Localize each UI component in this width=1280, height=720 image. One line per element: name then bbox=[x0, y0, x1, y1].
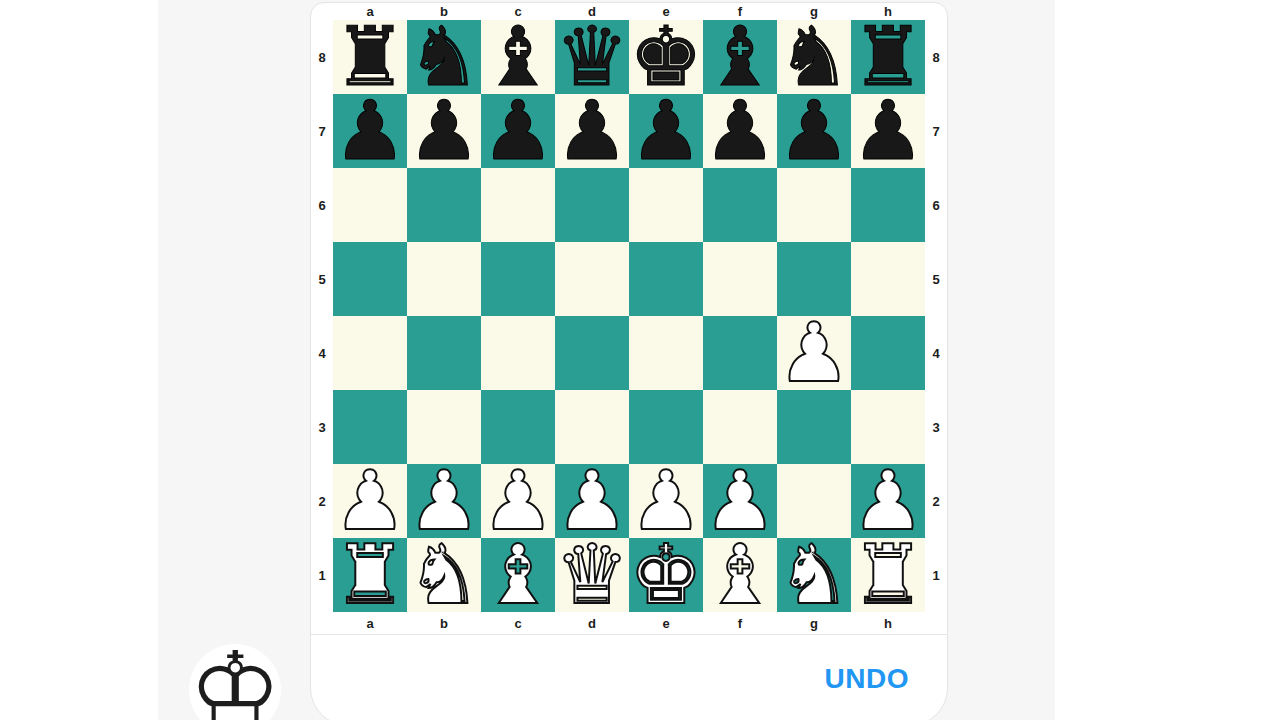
piece-wr-a1[interactable]: ♜ bbox=[333, 538, 407, 612]
board-card: abcdefgh 87654321 ♜♞♝♛♚♝♞♜♟♟♟♟♟♟♟♟♟♟♟♟♟♟… bbox=[310, 2, 948, 720]
square-e6[interactable] bbox=[629, 168, 703, 242]
square-f6[interactable] bbox=[703, 168, 777, 242]
piece-wp-g4[interactable]: ♟ bbox=[777, 316, 851, 390]
rank-label-right-3: 3 bbox=[925, 390, 947, 464]
square-d6[interactable] bbox=[555, 168, 629, 242]
square-e1[interactable]: ♚ bbox=[629, 538, 703, 612]
rank-label-right-1: 1 bbox=[925, 538, 947, 612]
square-b4[interactable] bbox=[407, 316, 481, 390]
file-label-bottom-b: b bbox=[407, 612, 481, 634]
square-a1[interactable]: ♜ bbox=[333, 538, 407, 612]
piece-bp-a7[interactable]: ♟ bbox=[333, 94, 407, 168]
square-c7[interactable]: ♟ bbox=[481, 94, 555, 168]
square-f5[interactable] bbox=[703, 242, 777, 316]
rank-label-left-5: 5 bbox=[311, 242, 333, 316]
board: ♜♞♝♛♚♝♞♜♟♟♟♟♟♟♟♟♟♟♟♟♟♟♟♟♜♞♝♛♚♝♞♜ bbox=[333, 20, 925, 612]
file-label-bottom-h: h bbox=[851, 612, 925, 634]
square-f7[interactable]: ♟ bbox=[703, 94, 777, 168]
rank-label-left-3: 3 bbox=[311, 390, 333, 464]
piece-wk-e1[interactable]: ♚ bbox=[629, 538, 703, 612]
square-e5[interactable] bbox=[629, 242, 703, 316]
square-g6[interactable] bbox=[777, 168, 851, 242]
square-a4[interactable] bbox=[333, 316, 407, 390]
file-label-bottom-d: d bbox=[555, 612, 629, 634]
square-e7[interactable]: ♟ bbox=[629, 94, 703, 168]
file-label-bottom-f: f bbox=[703, 612, 777, 634]
square-e4[interactable] bbox=[629, 316, 703, 390]
rank-label-right-8: 8 bbox=[925, 20, 947, 94]
square-a6[interactable] bbox=[333, 168, 407, 242]
white-king-icon: ♔ bbox=[188, 638, 281, 720]
piece-wq-d1[interactable]: ♛ bbox=[555, 538, 629, 612]
piece-bp-e7[interactable]: ♟ bbox=[629, 94, 703, 168]
rank-label-right-6: 6 bbox=[925, 168, 947, 242]
piece-wn-g1[interactable]: ♞ bbox=[777, 538, 851, 612]
rank-labels-right: 87654321 bbox=[925, 20, 947, 612]
square-d4[interactable] bbox=[555, 316, 629, 390]
rank-label-left-1: 1 bbox=[311, 538, 333, 612]
piece-wb-c1[interactable]: ♝ bbox=[481, 538, 555, 612]
square-a7[interactable]: ♟ bbox=[333, 94, 407, 168]
square-b7[interactable]: ♟ bbox=[407, 94, 481, 168]
square-c4[interactable] bbox=[481, 316, 555, 390]
square-h1[interactable]: ♜ bbox=[851, 538, 925, 612]
rank-label-left-4: 4 bbox=[311, 316, 333, 390]
square-h7[interactable]: ♟ bbox=[851, 94, 925, 168]
square-g1[interactable]: ♞ bbox=[777, 538, 851, 612]
file-label-bottom-a: a bbox=[333, 612, 407, 634]
square-g3[interactable] bbox=[777, 390, 851, 464]
square-g7[interactable]: ♟ bbox=[777, 94, 851, 168]
file-label-bottom-c: c bbox=[481, 612, 555, 634]
piece-wr-h1[interactable]: ♜ bbox=[851, 538, 925, 612]
square-c6[interactable] bbox=[481, 168, 555, 242]
piece-bp-f7[interactable]: ♟ bbox=[703, 94, 777, 168]
square-f1[interactable]: ♝ bbox=[703, 538, 777, 612]
square-h6[interactable] bbox=[851, 168, 925, 242]
piece-bp-g7[interactable]: ♟ bbox=[777, 94, 851, 168]
square-d7[interactable]: ♟ bbox=[555, 94, 629, 168]
square-h5[interactable] bbox=[851, 242, 925, 316]
piece-bp-h7[interactable]: ♟ bbox=[851, 94, 925, 168]
file-labels-bottom: abcdefgh bbox=[333, 612, 925, 634]
rank-label-left-8: 8 bbox=[311, 20, 333, 94]
undo-button[interactable]: UNDO bbox=[815, 657, 919, 701]
square-f4[interactable] bbox=[703, 316, 777, 390]
square-b1[interactable]: ♞ bbox=[407, 538, 481, 612]
square-a5[interactable] bbox=[333, 242, 407, 316]
rank-label-left-2: 2 bbox=[311, 464, 333, 538]
bottom-bar: UNDO bbox=[311, 634, 947, 720]
square-d1[interactable]: ♛ bbox=[555, 538, 629, 612]
piece-wb-f1[interactable]: ♝ bbox=[703, 538, 777, 612]
file-label-bottom-e: e bbox=[629, 612, 703, 634]
piece-bp-b7[interactable]: ♟ bbox=[407, 94, 481, 168]
board-middle: 87654321 ♜♞♝♛♚♝♞♜♟♟♟♟♟♟♟♟♟♟♟♟♟♟♟♟♜♞♝♛♚♝♞… bbox=[311, 20, 947, 612]
square-c5[interactable] bbox=[481, 242, 555, 316]
rank-label-right-4: 4 bbox=[925, 316, 947, 390]
rank-label-left-7: 7 bbox=[311, 94, 333, 168]
square-h4[interactable] bbox=[851, 316, 925, 390]
app-screen: abcdefgh 87654321 ♜♞♝♛♚♝♞♜♟♟♟♟♟♟♟♟♟♟♟♟♟♟… bbox=[158, 0, 1055, 720]
piece-bp-c7[interactable]: ♟ bbox=[481, 94, 555, 168]
piece-bp-d7[interactable]: ♟ bbox=[555, 94, 629, 168]
rank-label-right-5: 5 bbox=[925, 242, 947, 316]
square-g4[interactable]: ♟ bbox=[777, 316, 851, 390]
square-d5[interactable] bbox=[555, 242, 629, 316]
rank-labels-left: 87654321 bbox=[311, 20, 333, 612]
file-label-bottom-g: g bbox=[777, 612, 851, 634]
square-b6[interactable] bbox=[407, 168, 481, 242]
piece-wn-b1[interactable]: ♞ bbox=[407, 538, 481, 612]
square-b5[interactable] bbox=[407, 242, 481, 316]
rank-label-right-7: 7 bbox=[925, 94, 947, 168]
player-avatar: ♔ bbox=[189, 644, 281, 720]
rank-label-right-2: 2 bbox=[925, 464, 947, 538]
square-c1[interactable]: ♝ bbox=[481, 538, 555, 612]
rank-label-left-6: 6 bbox=[311, 168, 333, 242]
